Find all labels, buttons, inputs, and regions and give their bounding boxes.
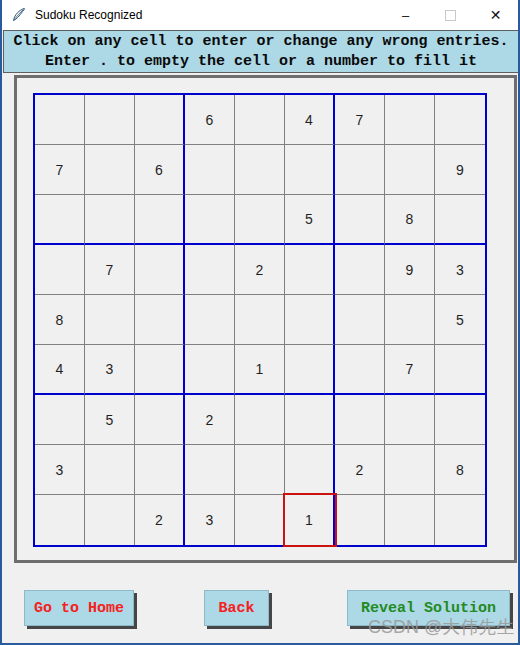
grid-cell-r3c4[interactable] (185, 195, 235, 245)
grid-cell-r6c8[interactable]: 7 (385, 345, 435, 395)
grid-cell-r7c3[interactable] (135, 395, 185, 445)
grid-cell-r2c7[interactable] (335, 145, 385, 195)
grid-cell-r8c9[interactable]: 8 (435, 445, 485, 495)
grid-cell-r8c5[interactable] (235, 445, 285, 495)
grid-cell-r6c9[interactable] (435, 345, 485, 395)
grid-cell-r1c6[interactable]: 4 (285, 95, 335, 145)
go-to-home-label: Go to Home (34, 600, 124, 617)
grid-cell-r5c7[interactable] (335, 295, 385, 345)
grid-cell-r2c8[interactable] (385, 145, 435, 195)
instruction-line-1: Click on any cell to enter or change any… (13, 32, 508, 52)
maximize-button[interactable] (428, 0, 473, 30)
grid-cell-r9c1[interactable] (35, 495, 85, 545)
grid-cell-r8c2[interactable] (85, 445, 135, 495)
grid-cell-r6c3[interactable] (135, 345, 185, 395)
grid-cell-r3c3[interactable] (135, 195, 185, 245)
grid-cell-r4c8[interactable]: 9 (385, 245, 435, 295)
grid-cell-r4c9[interactable]: 3 (435, 245, 485, 295)
grid-cell-r7c4[interactable]: 2 (185, 395, 235, 445)
grid-cell-r6c2[interactable]: 3 (85, 345, 135, 395)
close-icon: ✕ (490, 7, 502, 23)
grid-cell-r1c2[interactable] (85, 95, 135, 145)
minimize-button[interactable]: – (383, 0, 428, 30)
grid-cell-r4c6[interactable] (285, 245, 335, 295)
grid-cell-r9c5[interactable] (235, 495, 285, 545)
grid-cell-r3c9[interactable] (435, 195, 485, 245)
window-title: Sudoku Recognized (35, 8, 142, 22)
grid-cell-r4c3[interactable] (135, 245, 185, 295)
grid-cell-r1c1[interactable] (35, 95, 85, 145)
grid-cell-r9c7[interactable] (335, 495, 385, 545)
instruction-banner: Click on any cell to enter or change any… (3, 30, 519, 73)
grid-cell-r9c6[interactable]: 1 (285, 495, 335, 545)
back-button[interactable]: Back (204, 590, 269, 626)
grid-cell-r1c4[interactable]: 6 (185, 95, 235, 145)
grid-cell-r2c1[interactable]: 7 (35, 145, 85, 195)
grid-cell-r7c2[interactable]: 5 (85, 395, 135, 445)
grid-cell-r5c2[interactable] (85, 295, 135, 345)
grid-cell-r4c4[interactable] (185, 245, 235, 295)
grid-cell-r2c2[interactable] (85, 145, 135, 195)
window-controls: – ✕ (383, 0, 518, 30)
maximize-icon (445, 10, 456, 21)
grid-cell-r6c1[interactable]: 4 (35, 345, 85, 395)
reveal-solution-button[interactable]: Reveal Solution (347, 590, 510, 626)
instruction-line-2: Enter . to empty the cell or a number to… (45, 52, 477, 72)
grid-cell-r2c6[interactable] (285, 145, 335, 195)
grid-cell-r9c3[interactable]: 2 (135, 495, 185, 545)
grid-cell-r5c8[interactable] (385, 295, 435, 345)
grid-cell-r4c7[interactable] (335, 245, 385, 295)
grid-cell-r2c4[interactable] (185, 145, 235, 195)
close-button[interactable]: ✕ (473, 0, 518, 30)
grid-cell-r9c2[interactable] (85, 495, 135, 545)
grid-cell-r8c1[interactable]: 3 (35, 445, 85, 495)
grid-cell-r6c6[interactable] (285, 345, 335, 395)
grid-cell-r6c5[interactable]: 1 (235, 345, 285, 395)
python-feather-icon (11, 7, 27, 23)
grid-cell-r1c3[interactable] (135, 95, 185, 145)
grid-cell-r5c1[interactable]: 8 (35, 295, 85, 345)
grid-cell-r4c5[interactable]: 2 (235, 245, 285, 295)
grid-cell-r8c6[interactable] (285, 445, 335, 495)
grid-cell-r8c7[interactable]: 2 (335, 445, 385, 495)
grid-cell-r3c5[interactable] (235, 195, 285, 245)
grid-cell-r2c9[interactable]: 9 (435, 145, 485, 195)
grid-cell-r5c3[interactable] (135, 295, 185, 345)
grid-cell-r7c8[interactable] (385, 395, 435, 445)
grid-cell-r8c3[interactable] (135, 445, 185, 495)
grid-cell-r9c9[interactable] (435, 495, 485, 545)
grid-cell-r1c9[interactable] (435, 95, 485, 145)
grid-cell-r6c7[interactable] (335, 345, 385, 395)
reveal-solution-label: Reveal Solution (361, 600, 496, 617)
back-label: Back (218, 600, 254, 617)
grid-cell-r6c4[interactable] (185, 345, 235, 395)
grid-cell-r5c4[interactable] (185, 295, 235, 345)
grid-cell-r5c9[interactable]: 5 (435, 295, 485, 345)
grid-cell-r5c5[interactable] (235, 295, 285, 345)
grid-cell-r2c5[interactable] (235, 145, 285, 195)
grid-cell-r7c7[interactable] (335, 395, 385, 445)
grid-cell-r9c4[interactable]: 3 (185, 495, 235, 545)
grid-cell-r4c1[interactable] (35, 245, 85, 295)
app-window: Sudoku Recognized – ✕ Click on any cell … (0, 0, 520, 645)
grid-cell-r7c6[interactable] (285, 395, 335, 445)
grid-cell-r4c2[interactable]: 7 (85, 245, 135, 295)
grid-cell-r5c6[interactable] (285, 295, 335, 345)
grid-cell-r3c6[interactable]: 5 (285, 195, 335, 245)
title-bar: Sudoku Recognized – ✕ (2, 0, 518, 30)
grid-cell-r3c8[interactable]: 8 (385, 195, 435, 245)
grid-cell-r2c3[interactable]: 6 (135, 145, 185, 195)
grid-cell-r1c8[interactable] (385, 95, 435, 145)
grid-cell-r3c1[interactable] (35, 195, 85, 245)
grid-cell-r1c5[interactable] (235, 95, 285, 145)
grid-cell-r3c2[interactable] (85, 195, 135, 245)
grid-cell-r8c8[interactable] (385, 445, 435, 495)
go-to-home-button[interactable]: Go to Home (24, 590, 134, 626)
grid-cell-r8c4[interactable] (185, 445, 235, 495)
grid-cell-r7c1[interactable] (35, 395, 85, 445)
minimize-icon: – (402, 8, 409, 23)
sudoku-grid: 64776958729385431752328231 (33, 93, 487, 547)
grid-cell-r3c7[interactable] (335, 195, 385, 245)
grid-cell-r9c8[interactable] (385, 495, 435, 545)
grid-cell-r7c9[interactable] (435, 395, 485, 445)
grid-cell-r1c7[interactable]: 7 (335, 95, 385, 145)
grid-cell-r7c5[interactable] (235, 395, 285, 445)
